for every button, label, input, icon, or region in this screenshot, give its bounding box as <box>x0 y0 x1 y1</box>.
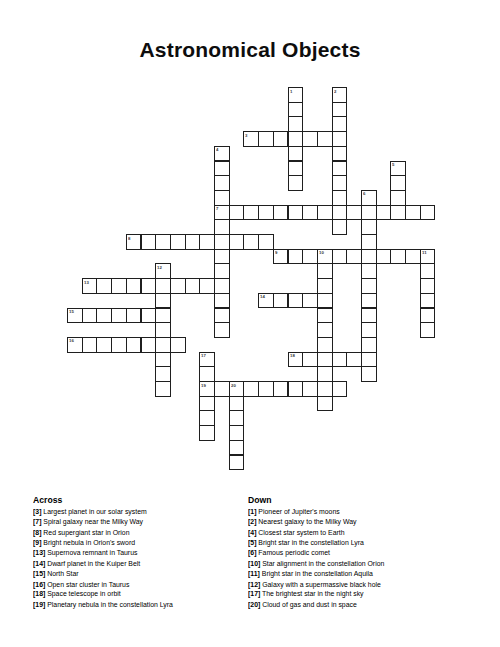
cell-number-13: 13 <box>84 280 89 284</box>
grid-cell-r7c18[interactable] <box>332 190 348 206</box>
grid-cell-r13c24[interactable] <box>420 278 436 294</box>
down-clue-number-5: [5] <box>248 539 256 547</box>
grid-cell-r16c20[interactable] <box>361 322 377 338</box>
grid-cell-r12c20[interactable] <box>361 263 377 279</box>
grid-cell-r9c18[interactable] <box>332 219 348 235</box>
cell-number-19: 19 <box>201 383 206 387</box>
cell-number-20: 20 <box>231 383 236 387</box>
grid-cell-r13c5[interactable] <box>141 278 157 294</box>
grid-cell-r20c18[interactable] <box>332 381 348 397</box>
grid-cell-r10c11[interactable] <box>229 234 245 250</box>
grid-cell-r14c16[interactable] <box>302 293 318 309</box>
down-clues-section: Down [1] Pioneer of Jupiter's moons[2] N… <box>248 495 473 610</box>
grid-cell-r4c15[interactable] <box>288 146 304 162</box>
grid-cell-r17c5[interactable] <box>141 337 157 353</box>
grid-cell-r11c10[interactable] <box>214 249 230 265</box>
grid-cell-r8c22[interactable] <box>390 205 406 221</box>
grid-cell-r8c19[interactable] <box>346 205 362 221</box>
grid-cell-r13c3[interactable] <box>111 278 127 294</box>
down-clue-1: [1] Pioneer of Jupiter's moons <box>248 507 473 517</box>
cell-number-4: 4 <box>216 147 218 151</box>
grid-cell-r13c10[interactable] <box>214 278 230 294</box>
down-clue-number-20: [20] <box>248 601 260 609</box>
cell-number-18: 18 <box>290 353 295 357</box>
grid-cell-r10c7[interactable] <box>170 234 186 250</box>
across-clue-7: [7] Spiral galaxy near the Milky Way <box>33 517 258 527</box>
grid-cell-r16c17[interactable] <box>317 322 333 338</box>
grid-cell-r5c18[interactable] <box>332 161 348 177</box>
cell-number-17: 17 <box>201 353 206 357</box>
grid-cell-r13c7[interactable] <box>170 278 186 294</box>
grid-cell-r21c17[interactable] <box>317 396 333 412</box>
down-clue-5: [5] Bright star in the constellation Lyr… <box>248 538 473 548</box>
grid-cell-r22c11[interactable] <box>229 410 245 426</box>
grid-cell-r8c10[interactable]: 7 <box>214 205 230 221</box>
down-clue-number-1: [1] <box>248 508 256 516</box>
grid-cell-r19c6[interactable] <box>155 366 171 382</box>
grid-cell-r18c15[interactable]: 18 <box>288 352 304 368</box>
grid-cell-r1c18[interactable] <box>332 102 348 118</box>
grid-cell-r17c3[interactable] <box>111 337 127 353</box>
grid-cell-r19c20[interactable] <box>361 366 377 382</box>
cell-number-2: 2 <box>334 89 336 93</box>
grid-cell-r18c6[interactable] <box>155 352 171 368</box>
grid-cell-r11c15[interactable] <box>288 249 304 265</box>
grid-cell-r9c10[interactable] <box>214 219 230 235</box>
grid-cell-r6c18[interactable] <box>332 175 348 191</box>
cell-number-3: 3 <box>245 133 247 137</box>
grid-cell-r11c18[interactable] <box>332 249 348 265</box>
grid-cell-r17c4[interactable] <box>126 337 142 353</box>
across-clue-14: [14] Dwarf planet in the Kuiper Belt <box>33 559 258 569</box>
grid-cell-r11c17[interactable]: 10 <box>317 249 333 265</box>
grid-cell-r18c18[interactable] <box>332 352 348 368</box>
grid-cell-r3c12[interactable]: 3 <box>243 131 259 147</box>
down-clue-17: [17] The brightest star in the night sky <box>248 590 473 600</box>
grid-cell-r15c4[interactable] <box>126 308 142 324</box>
grid-cell-r11c24[interactable]: 11 <box>420 249 436 265</box>
grid-cell-r7c22[interactable] <box>390 190 406 206</box>
across-clues-section: Across [3] Largest planet in our solar s… <box>33 495 258 610</box>
grid-cell-r5c10[interactable] <box>214 161 230 177</box>
grid-cell-r17c17[interactable] <box>317 337 333 353</box>
cell-number-16: 16 <box>69 338 74 342</box>
grid-cell-r12c10[interactable] <box>214 263 230 279</box>
grid-cell-r8c16[interactable] <box>302 205 318 221</box>
grid-cell-r3c14[interactable] <box>273 131 289 147</box>
grid-cell-r14c10[interactable] <box>214 293 230 309</box>
cell-number-14: 14 <box>260 294 265 298</box>
grid-cell-r3c15[interactable] <box>288 131 304 147</box>
grid-cell-r19c17[interactable] <box>317 366 333 382</box>
grid-cell-r21c11[interactable] <box>229 396 245 412</box>
grid-cell-r10c9[interactable] <box>199 234 215 250</box>
grid-cell-r6c15[interactable] <box>288 175 304 191</box>
grid-cell-r15c1[interactable] <box>82 308 98 324</box>
across-clue-number-3: [3] <box>33 508 41 516</box>
grid-cell-r15c2[interactable] <box>96 308 112 324</box>
across-clue-9: [9] Bright nebula in Orion's sword <box>33 538 258 548</box>
grid-cell-r21c9[interactable] <box>199 396 215 412</box>
grid-cell-r11c16[interactable] <box>302 249 318 265</box>
cell-number-6: 6 <box>363 191 365 195</box>
grid-cell-r5c22[interactable]: 5 <box>390 161 406 177</box>
grid-cell-r14c13[interactable]: 14 <box>258 293 274 309</box>
grid-cell-r20c10[interactable] <box>214 381 230 397</box>
down-clue-number-11: [11] <box>248 570 260 578</box>
across-clue-16: [16] Open star cluster in Taurus <box>33 579 258 589</box>
grid-cell-r3c17[interactable] <box>317 131 333 147</box>
page-title: Astronomical Objects <box>0 38 500 62</box>
grid-cell-r20c16[interactable] <box>302 381 318 397</box>
grid-cell-r11c22[interactable] <box>390 249 406 265</box>
grid-cell-r15c3[interactable] <box>111 308 127 324</box>
down-clue-10: [10] Star alignment in the constellation… <box>248 559 473 569</box>
grid-cell-r3c13[interactable] <box>258 131 274 147</box>
grid-cell-r22c9[interactable] <box>199 410 215 426</box>
grid-cell-r15c24[interactable] <box>420 308 436 324</box>
grid-cell-r8c17[interactable] <box>317 205 333 221</box>
across-clue-13: [13] Supernova remnant in Taurus <box>33 548 258 558</box>
grid-cell-r3c16[interactable] <box>302 131 318 147</box>
down-clue-2: [2] Nearest galaxy to the Milky Way <box>248 517 473 527</box>
grid-cell-r14c15[interactable] <box>288 293 304 309</box>
grid-cell-r25c11[interactable] <box>229 455 245 471</box>
grid-cell-r14c20[interactable] <box>361 293 377 309</box>
grid-cell-r8c12[interactable] <box>243 205 259 221</box>
down-clue-number-2: [2] <box>248 518 256 526</box>
across-clue-number-14: [14] <box>33 559 45 567</box>
grid-cell-r15c20[interactable] <box>361 308 377 324</box>
grid-cell-r8c23[interactable] <box>405 205 421 221</box>
cell-number-8: 8 <box>128 236 130 240</box>
grid-cell-r13c6[interactable] <box>155 278 171 294</box>
grid-cell-r13c17[interactable] <box>317 278 333 294</box>
across-clue-19: [19] Planetary nebula in the constellati… <box>33 600 258 610</box>
grid-cell-r8c11[interactable] <box>229 205 245 221</box>
across-clue-8: [8] Red supergiant star in Orion <box>33 528 258 538</box>
grid-cell-r13c8[interactable] <box>185 278 201 294</box>
grid-cell-r1c15[interactable] <box>288 102 304 118</box>
cell-number-9: 9 <box>275 250 277 254</box>
down-clue-list: [1] Pioneer of Jupiter's moons[2] Neares… <box>248 507 473 610</box>
cell-number-5: 5 <box>392 162 394 166</box>
across-clue-3: [3] Largest planet in our solar system <box>33 507 258 517</box>
crossword-page: Astronomical Objects 1234567891011121314… <box>0 0 500 647</box>
grid-cell-r15c6[interactable] <box>155 308 171 324</box>
grid-cell-r16c10[interactable] <box>214 322 230 338</box>
grid-cell-r13c4[interactable] <box>126 278 142 294</box>
grid-cell-r4c18[interactable] <box>332 146 348 162</box>
grid-cell-r10c6[interactable] <box>155 234 171 250</box>
grid-cell-r10c20[interactable] <box>361 234 377 250</box>
grid-cell-r23c9[interactable] <box>199 425 215 441</box>
down-clue-number-10: [10] <box>248 559 260 567</box>
grid-cell-r20c13[interactable] <box>258 381 274 397</box>
grid-cell-r11c14[interactable]: 9 <box>273 249 289 265</box>
across-clue-18: [18] Space telescope in orbit <box>33 590 258 600</box>
grid-cell-r15c0[interactable]: 15 <box>67 308 83 324</box>
across-clue-number-15: [15] <box>33 570 45 578</box>
grid-cell-r17c7[interactable] <box>170 337 186 353</box>
cell-number-15: 15 <box>69 309 74 313</box>
grid-cell-r11c23[interactable] <box>405 249 421 265</box>
grid-cell-r24c11[interactable] <box>229 440 245 456</box>
grid-cell-r7c20[interactable]: 6 <box>361 190 377 206</box>
across-clue-number-19: [19] <box>33 601 45 609</box>
grid-cell-r13c1[interactable]: 13 <box>82 278 98 294</box>
crossword-grid: 1234567891011121314151617181920 <box>67 87 437 472</box>
grid-cell-r14c14[interactable] <box>273 293 289 309</box>
down-clue-number-12: [12] <box>248 580 260 588</box>
grid-cell-r18c19[interactable] <box>346 352 362 368</box>
grid-cell-r3c18[interactable] <box>332 131 348 147</box>
grid-cell-r14c24[interactable] <box>420 293 436 309</box>
grid-cell-r11c20[interactable] <box>361 249 377 265</box>
grid-cell-r18c16[interactable] <box>302 352 318 368</box>
grid-cell-r13c2[interactable] <box>96 278 112 294</box>
grid-cell-r8c21[interactable] <box>376 205 392 221</box>
down-clue-4: [4] Closest star system to Earth <box>248 528 473 538</box>
across-clue-15: [15] North Star <box>33 569 258 579</box>
across-clue-list: [3] Largest planet in our solar system[7… <box>33 507 258 610</box>
grid-cell-r6c10[interactable] <box>214 175 230 191</box>
grid-cell-r12c24[interactable] <box>420 263 436 279</box>
grid-cell-r17c20[interactable] <box>361 337 377 353</box>
grid-cell-r10c13[interactable] <box>258 234 274 250</box>
grid-cell-r2c15[interactable] <box>288 116 304 132</box>
across-header: Across <box>33 495 258 505</box>
grid-cell-r14c17[interactable] <box>317 293 333 309</box>
grid-cell-r20c9[interactable]: 19 <box>199 381 215 397</box>
grid-cell-r10c4[interactable]: 8 <box>126 234 142 250</box>
grid-cell-r13c20[interactable] <box>361 278 377 294</box>
grid-cell-r8c20[interactable] <box>361 205 377 221</box>
down-clue-11: [11] Bright star in the constellation Aq… <box>248 569 473 579</box>
grid-cell-r12c17[interactable] <box>317 263 333 279</box>
grid-cell-r17c2[interactable] <box>96 337 112 353</box>
across-clue-number-16: [16] <box>33 580 45 588</box>
grid-cell-r17c1[interactable] <box>82 337 98 353</box>
grid-cell-r2c18[interactable] <box>332 116 348 132</box>
grid-cell-r20c12[interactable] <box>243 381 259 397</box>
grid-cell-r0c18[interactable]: 2 <box>332 87 348 103</box>
down-clue-number-4: [4] <box>248 528 256 536</box>
across-clue-number-9: [9] <box>33 539 41 547</box>
grid-cell-r11c19[interactable] <box>346 249 362 265</box>
grid-cell-r13c9[interactable] <box>199 278 215 294</box>
grid-cell-r19c9[interactable] <box>199 366 215 382</box>
grid-cell-r20c15[interactable] <box>288 381 304 397</box>
grid-cell-r16c24[interactable] <box>420 322 436 338</box>
grid-cell-r20c14[interactable] <box>273 381 289 397</box>
grid-cell-r4c10[interactable]: 4 <box>214 146 230 162</box>
down-clue-20: [20] Cloud of gas and dust in space <box>248 600 473 610</box>
grid-cell-r8c24[interactable] <box>420 205 436 221</box>
grid-cell-r20c6[interactable] <box>155 381 171 397</box>
grid-cell-r15c5[interactable] <box>141 308 157 324</box>
grid-cell-r18c9[interactable]: 17 <box>199 352 215 368</box>
cell-number-10: 10 <box>319 250 324 254</box>
grid-cell-r5c15[interactable] <box>288 161 304 177</box>
grid-cell-r0c15[interactable]: 1 <box>288 87 304 103</box>
grid-cell-r20c17[interactable] <box>317 381 333 397</box>
grid-cell-r15c17[interactable] <box>317 308 333 324</box>
grid-cell-r14c6[interactable] <box>155 293 171 309</box>
grid-cell-r10c12[interactable] <box>243 234 259 250</box>
grid-cell-r10c10[interactable] <box>214 234 230 250</box>
cell-number-11: 11 <box>422 250 427 254</box>
across-clue-number-18: [18] <box>33 591 45 599</box>
grid-cell-r23c11[interactable] <box>229 425 245 441</box>
cell-number-12: 12 <box>157 265 162 269</box>
across-clue-number-7: [7] <box>33 518 41 526</box>
cell-number-7: 7 <box>216 206 218 210</box>
grid-cell-r8c14[interactable] <box>273 205 289 221</box>
down-header: Down <box>248 495 473 505</box>
across-clue-number-13: [13] <box>33 549 45 557</box>
grid-cell-r20c11[interactable]: 20 <box>229 381 245 397</box>
grid-cell-r12c6[interactable]: 12 <box>155 263 171 279</box>
grid-cell-r8c15[interactable] <box>288 205 304 221</box>
grid-cell-r18c20[interactable] <box>361 352 377 368</box>
grid-cell-r18c17[interactable] <box>317 352 333 368</box>
grid-cell-r7c10[interactable] <box>214 190 230 206</box>
grid-cell-r8c13[interactable] <box>258 205 274 221</box>
grid-cell-r16c6[interactable] <box>155 322 171 338</box>
down-clue-number-17: [17] <box>248 591 260 599</box>
grid-cell-r10c8[interactable] <box>185 234 201 250</box>
grid-cell-r8c18[interactable] <box>332 205 348 221</box>
grid-cell-r6c22[interactable] <box>390 175 406 191</box>
across-clue-number-8: [8] <box>33 528 41 536</box>
cell-number-1: 1 <box>290 89 292 93</box>
down-clue-12: [12] Galaxy with a supermassive black ho… <box>248 579 473 589</box>
grid-cell-r17c6[interactable] <box>155 337 171 353</box>
grid-cell-r11c21[interactable] <box>376 249 392 265</box>
down-clue-number-6: [6] <box>248 549 256 557</box>
down-clue-6: [6] Famous periodic comet <box>248 548 473 558</box>
grid-cell-r10c5[interactable] <box>141 234 157 250</box>
grid-cell-r9c20[interactable] <box>361 219 377 235</box>
grid-cell-r15c10[interactable] <box>214 308 230 324</box>
grid-cell-r17c0[interactable]: 16 <box>67 337 83 353</box>
